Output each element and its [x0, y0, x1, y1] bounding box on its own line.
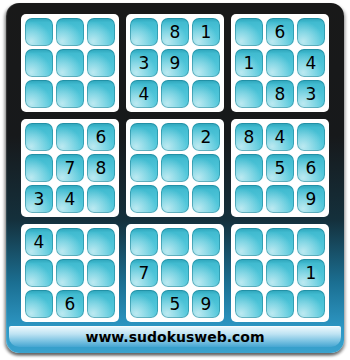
cell-r6c3[interactable]: [87, 185, 115, 213]
cell-r6c6[interactable]: [192, 185, 220, 213]
cell-r1c9[interactable]: [297, 18, 325, 46]
cell-r7c6[interactable]: [192, 228, 220, 256]
cell-r9c5[interactable]: 5: [161, 290, 189, 318]
cell-r2c3[interactable]: [87, 49, 115, 77]
cell-r9c3[interactable]: [87, 290, 115, 318]
cell-r3c1[interactable]: [25, 80, 53, 108]
cell-r8c1[interactable]: [25, 259, 53, 287]
cell-r6c4[interactable]: [130, 185, 158, 213]
board-box-8: 1: [231, 224, 329, 322]
cell-r7c3[interactable]: [87, 228, 115, 256]
cell-r5c2[interactable]: 7: [56, 154, 84, 182]
cell-r5c1[interactable]: [25, 154, 53, 182]
cell-r8c7[interactable]: [235, 259, 263, 287]
cell-r1c4[interactable]: [130, 18, 158, 46]
cell-r3c5[interactable]: [161, 80, 189, 108]
cell-r9c1[interactable]: [25, 290, 53, 318]
cell-r1c2[interactable]: [56, 18, 84, 46]
cell-r4c7[interactable]: 8: [235, 123, 263, 151]
cell-r2c7[interactable]: 1: [235, 49, 263, 77]
cell-r7c9[interactable]: [297, 228, 325, 256]
board-box-5: 84569: [231, 119, 329, 217]
board-box-7: 759: [126, 224, 224, 322]
cell-r8c8[interactable]: [266, 259, 294, 287]
cell-r2c8[interactable]: [266, 49, 294, 77]
cell-r2c1[interactable]: [25, 49, 53, 77]
sudoku-board: 81394 61483 67834 2 84569 46 759 1: [6, 3, 344, 322]
board-box-6: 46: [21, 224, 119, 322]
cell-r6c9[interactable]: 9: [297, 185, 325, 213]
cell-r4c2[interactable]: [56, 123, 84, 151]
cell-r1c8[interactable]: 6: [266, 18, 294, 46]
cell-r9c7[interactable]: [235, 290, 263, 318]
cell-r4c9[interactable]: [297, 123, 325, 151]
board-box-3: 67834: [21, 119, 119, 217]
sudoku-board-frame: 81394 61483 67834 2 84569 46 759 1 www.s…: [6, 3, 344, 353]
cell-r5c5[interactable]: [161, 154, 189, 182]
cell-r5c6[interactable]: [192, 154, 220, 182]
cell-r5c9[interactable]: 6: [297, 154, 325, 182]
cell-r4c3[interactable]: 6: [87, 123, 115, 151]
cell-r7c8[interactable]: [266, 228, 294, 256]
cell-r7c1[interactable]: 4: [25, 228, 53, 256]
board-box-0: [21, 14, 119, 112]
cell-r8c6[interactable]: [192, 259, 220, 287]
cell-r4c5[interactable]: [161, 123, 189, 151]
cell-r9c4[interactable]: [130, 290, 158, 318]
cell-r4c8[interactable]: 4: [266, 123, 294, 151]
cell-r3c6[interactable]: [192, 80, 220, 108]
cell-r3c9[interactable]: 3: [297, 80, 325, 108]
cell-r9c9[interactable]: [297, 290, 325, 318]
cell-r2c6[interactable]: [192, 49, 220, 77]
url-watermark: www.sudokusweb.com: [85, 329, 264, 345]
cell-r6c2[interactable]: 4: [56, 185, 84, 213]
cell-r3c3[interactable]: [87, 80, 115, 108]
cell-r2c4[interactable]: 3: [130, 49, 158, 77]
cell-r4c1[interactable]: [25, 123, 53, 151]
cell-r6c7[interactable]: [235, 185, 263, 213]
cell-r5c8[interactable]: 5: [266, 154, 294, 182]
cell-r4c4[interactable]: [130, 123, 158, 151]
board-box-1: 81394: [126, 14, 224, 112]
cell-r5c3[interactable]: 8: [87, 154, 115, 182]
cell-r1c1[interactable]: [25, 18, 53, 46]
cell-r8c3[interactable]: [87, 259, 115, 287]
cell-r5c7[interactable]: [235, 154, 263, 182]
board-box-4: 2: [126, 119, 224, 217]
cell-r1c3[interactable]: [87, 18, 115, 46]
cell-r3c4[interactable]: 4: [130, 80, 158, 108]
cell-r6c1[interactable]: 3: [25, 185, 53, 213]
cell-r7c7[interactable]: [235, 228, 263, 256]
cell-r7c4[interactable]: [130, 228, 158, 256]
cell-r8c5[interactable]: [161, 259, 189, 287]
cell-r3c7[interactable]: [235, 80, 263, 108]
cell-r6c5[interactable]: [161, 185, 189, 213]
cell-r6c8[interactable]: [266, 185, 294, 213]
cell-r9c6[interactable]: 9: [192, 290, 220, 318]
cell-r1c7[interactable]: [235, 18, 263, 46]
cell-r1c6[interactable]: 1: [192, 18, 220, 46]
cell-r9c8[interactable]: [266, 290, 294, 318]
cell-r9c2[interactable]: 6: [56, 290, 84, 318]
board-box-2: 61483: [231, 14, 329, 112]
cell-r1c5[interactable]: 8: [161, 18, 189, 46]
url-watermark-bar: www.sudokusweb.com: [9, 326, 341, 347]
page: 81394 61483 67834 2 84569 46 759 1 www.s…: [0, 0, 350, 360]
cell-r7c2[interactable]: [56, 228, 84, 256]
cell-r8c4[interactable]: 7: [130, 259, 158, 287]
cell-r8c2[interactable]: [56, 259, 84, 287]
cell-r4c6[interactable]: 2: [192, 123, 220, 151]
cell-r5c4[interactable]: [130, 154, 158, 182]
cell-r8c9[interactable]: 1: [297, 259, 325, 287]
cell-r2c2[interactable]: [56, 49, 84, 77]
cell-r2c5[interactable]: 9: [161, 49, 189, 77]
cell-r2c9[interactable]: 4: [297, 49, 325, 77]
cell-r7c5[interactable]: [161, 228, 189, 256]
cell-r3c8[interactable]: 8: [266, 80, 294, 108]
cell-r3c2[interactable]: [56, 80, 84, 108]
